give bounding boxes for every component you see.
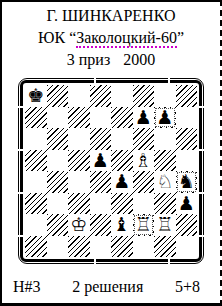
square-c3 bbox=[68, 193, 90, 215]
black-pawn: ♟ bbox=[111, 171, 133, 193]
square-b7 bbox=[47, 107, 69, 129]
square-b6 bbox=[47, 128, 69, 150]
square-h3: ♟ bbox=[176, 193, 198, 215]
square-c1 bbox=[68, 236, 90, 258]
square-g6 bbox=[154, 128, 176, 150]
square-f3 bbox=[133, 193, 155, 215]
square-h5 bbox=[176, 150, 198, 172]
square-e8 bbox=[111, 85, 133, 107]
square-a3 bbox=[25, 193, 47, 215]
square-g3 bbox=[154, 193, 176, 215]
border-notch bbox=[168, 256, 170, 264]
square-a5 bbox=[25, 150, 47, 172]
material-count: 5+8 bbox=[175, 278, 200, 296]
white-rook: ♖ bbox=[154, 214, 176, 236]
border-notch bbox=[94, 256, 96, 264]
border-notch bbox=[196, 192, 204, 194]
square-d2 bbox=[90, 214, 112, 236]
white-knight: ♘ bbox=[154, 171, 176, 193]
square-g8 bbox=[154, 85, 176, 107]
square-d3 bbox=[90, 193, 112, 215]
square-c5 bbox=[68, 150, 90, 172]
square-f7: ♟ bbox=[133, 107, 155, 129]
square-e3 bbox=[111, 193, 133, 215]
border-notch bbox=[18, 106, 26, 108]
author-name: Г. ШИНКАРЕНКО bbox=[2, 5, 220, 27]
square-d4 bbox=[90, 171, 112, 193]
award-year: 2000 bbox=[123, 51, 155, 68]
square-g1 bbox=[154, 236, 176, 258]
square-b4 bbox=[47, 171, 69, 193]
square-f2: ♜♖ bbox=[133, 214, 155, 236]
square-b3 bbox=[47, 193, 69, 215]
black-pawn: ♟ bbox=[133, 107, 155, 129]
tourney-title-spellchecked: Заколоцкий-60 bbox=[76, 29, 177, 48]
border-notch bbox=[196, 106, 204, 108]
square-f5: ♝♗ bbox=[133, 150, 155, 172]
square-c4 bbox=[68, 171, 90, 193]
border-notch bbox=[18, 235, 26, 237]
award-line: 3 приз2000 bbox=[2, 49, 220, 71]
white-knight-fill: ♞ bbox=[154, 171, 176, 193]
square-e7 bbox=[111, 107, 133, 129]
square-b1 bbox=[47, 236, 69, 258]
square-g5 bbox=[154, 150, 176, 172]
square-e4: ♟ bbox=[111, 171, 133, 193]
white-bishop-fill: ♝ bbox=[133, 150, 155, 172]
tourney-suffix: ” bbox=[177, 29, 184, 46]
chess-board: ♚♟♟♟♝♗♟♞♘♞♟♚♔♝♜♖♜♖ bbox=[18, 78, 204, 264]
square-f6 bbox=[133, 128, 155, 150]
problem-caption: H#3 2 решения 5+8 bbox=[2, 278, 220, 296]
border-notch bbox=[18, 149, 26, 151]
square-h6 bbox=[176, 128, 198, 150]
square-c6 bbox=[68, 128, 90, 150]
square-b8 bbox=[47, 85, 69, 107]
solutions-count: 2 решения bbox=[72, 278, 143, 296]
square-d1 bbox=[90, 236, 112, 258]
board-border: ♚♟♟♟♝♗♟♞♘♞♟♚♔♝♜♖♜♖ bbox=[20, 80, 202, 262]
square-f1 bbox=[133, 236, 155, 258]
white-bishop: ♗ bbox=[133, 150, 155, 172]
square-d8 bbox=[90, 85, 112, 107]
black-king: ♚ bbox=[25, 85, 47, 107]
square-d6 bbox=[90, 128, 112, 150]
border-notch bbox=[94, 78, 96, 86]
piece-halo-patch bbox=[155, 108, 175, 128]
black-pawn: ♟ bbox=[176, 193, 198, 215]
square-f4 bbox=[133, 171, 155, 193]
white-king: ♔ bbox=[68, 214, 90, 236]
square-d7 bbox=[90, 107, 112, 129]
black-bishop: ♝ bbox=[111, 214, 133, 236]
border-notch bbox=[196, 149, 204, 151]
square-e6 bbox=[111, 128, 133, 150]
square-a1 bbox=[25, 236, 47, 258]
square-b2 bbox=[47, 214, 69, 236]
square-h7 bbox=[176, 107, 198, 129]
square-g7: ♟ bbox=[154, 107, 176, 129]
square-e5 bbox=[111, 150, 133, 172]
square-e1 bbox=[111, 236, 133, 258]
square-h2 bbox=[176, 214, 198, 236]
square-h8 bbox=[176, 85, 198, 107]
square-d5: ♟ bbox=[90, 150, 112, 172]
border-notch bbox=[18, 192, 26, 194]
board-grid: ♚♟♟♟♝♗♟♞♘♞♟♚♔♝♜♖♜♖ bbox=[25, 85, 197, 257]
square-b5 bbox=[47, 150, 69, 172]
award-text: 3 приз bbox=[67, 51, 110, 68]
stipulation: H#3 bbox=[13, 278, 41, 296]
square-g2: ♜♖ bbox=[154, 214, 176, 236]
piece-halo-patch bbox=[177, 172, 197, 192]
square-c2: ♚♔ bbox=[68, 214, 90, 236]
square-f8 bbox=[133, 85, 155, 107]
border-notch bbox=[168, 78, 170, 86]
square-a7 bbox=[25, 107, 47, 129]
square-c8 bbox=[68, 85, 90, 107]
tourney-prefix: ЮК “ bbox=[38, 29, 76, 46]
square-c7 bbox=[68, 107, 90, 129]
square-h4: ♞ bbox=[176, 171, 198, 193]
white-king-fill: ♚ bbox=[68, 214, 90, 236]
square-e2: ♝ bbox=[111, 214, 133, 236]
document-page: Г. ШИНКАРЕНКО ЮК “Заколоцкий-60” 3 приз2… bbox=[0, 0, 222, 306]
square-a2 bbox=[25, 214, 47, 236]
tourney-name: ЮК “Заколоцкий-60” bbox=[2, 27, 220, 49]
square-g4: ♞♘ bbox=[154, 171, 176, 193]
square-h1 bbox=[176, 236, 198, 258]
square-a8: ♚ bbox=[25, 85, 47, 107]
black-pawn: ♟ bbox=[90, 150, 112, 172]
square-a4 bbox=[25, 171, 47, 193]
piece-halo-patch bbox=[134, 215, 154, 235]
square-a6 bbox=[25, 128, 47, 150]
border-notch bbox=[196, 235, 204, 237]
white-rook-fill: ♜ bbox=[154, 214, 176, 236]
problem-header: Г. ШИНКАРЕНКО ЮК “Заколоцкий-60” 3 приз2… bbox=[2, 2, 220, 71]
